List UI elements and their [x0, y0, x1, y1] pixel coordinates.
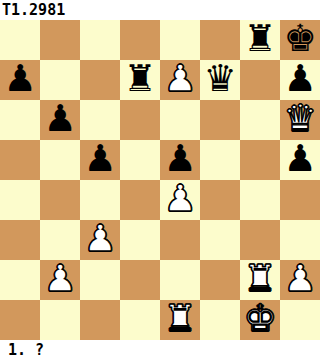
white-pawn-icon: ♟	[83, 219, 116, 259]
white-rook-icon: ♜	[163, 299, 196, 339]
square-g2[interactable]: ♜	[240, 260, 280, 300]
square-h3[interactable]	[280, 220, 320, 260]
square-e4[interactable]: ♟	[160, 180, 200, 220]
white-pawn-icon: ♟	[163, 59, 196, 99]
square-b1[interactable]	[40, 300, 80, 340]
square-g4[interactable]	[240, 180, 280, 220]
square-a1[interactable]	[0, 300, 40, 340]
square-d7[interactable]: ♜	[120, 60, 160, 100]
square-f6[interactable]	[200, 100, 240, 140]
black-pawn-icon: ♟	[43, 99, 76, 139]
square-a8[interactable]	[0, 20, 40, 60]
black-rook-icon: ♜	[123, 59, 156, 99]
square-b4[interactable]	[40, 180, 80, 220]
square-f1[interactable]	[200, 300, 240, 340]
square-a5[interactable]	[0, 140, 40, 180]
square-h7[interactable]: ♟	[280, 60, 320, 100]
square-h2[interactable]: ♟	[280, 260, 320, 300]
square-f4[interactable]	[200, 180, 240, 220]
white-rook-icon: ♜	[243, 259, 276, 299]
black-queen-icon: ♛	[203, 59, 236, 99]
square-e1[interactable]: ♜	[160, 300, 200, 340]
square-g7[interactable]	[240, 60, 280, 100]
square-h4[interactable]	[280, 180, 320, 220]
square-a3[interactable]	[0, 220, 40, 260]
black-king-icon: ♚	[283, 19, 316, 59]
square-e7[interactable]: ♟	[160, 60, 200, 100]
square-c1[interactable]	[80, 300, 120, 340]
square-b7[interactable]	[40, 60, 80, 100]
square-c7[interactable]	[80, 60, 120, 100]
square-h5[interactable]: ♟	[280, 140, 320, 180]
square-f7[interactable]: ♛	[200, 60, 240, 100]
square-c3[interactable]: ♟	[80, 220, 120, 260]
square-f3[interactable]	[200, 220, 240, 260]
black-pawn-icon: ♟	[163, 139, 196, 179]
square-b6[interactable]: ♟	[40, 100, 80, 140]
square-a2[interactable]	[0, 260, 40, 300]
board: ♜♚♟♜♟♛♟♟♛♟♟♟♟♟♟♜♟♜♚	[0, 20, 320, 340]
square-d8[interactable]	[120, 20, 160, 60]
square-h1[interactable]	[280, 300, 320, 340]
white-pawn-icon: ♟	[163, 179, 196, 219]
white-pawn-icon: ♟	[283, 259, 316, 299]
black-rook-icon: ♜	[243, 19, 276, 59]
chess-diagram-window: T1.2981 ♜♚♟♜♟♛♟♟♛♟♟♟♟♟♟♜♟♜♚ 1. ?	[0, 0, 320, 360]
square-e3[interactable]	[160, 220, 200, 260]
square-g3[interactable]	[240, 220, 280, 260]
square-c8[interactable]	[80, 20, 120, 60]
white-king-icon: ♚	[243, 299, 276, 339]
black-pawn-icon: ♟	[83, 139, 116, 179]
square-c5[interactable]: ♟	[80, 140, 120, 180]
square-d2[interactable]	[120, 260, 160, 300]
square-a7[interactable]: ♟	[0, 60, 40, 100]
square-f8[interactable]	[200, 20, 240, 60]
square-h6[interactable]: ♛	[280, 100, 320, 140]
square-c4[interactable]	[80, 180, 120, 220]
square-c6[interactable]	[80, 100, 120, 140]
black-pawn-icon: ♟	[283, 139, 316, 179]
black-pawn-icon: ♟	[283, 59, 316, 99]
square-a6[interactable]	[0, 100, 40, 140]
white-queen-icon: ♛	[283, 99, 316, 139]
square-e8[interactable]	[160, 20, 200, 60]
square-b3[interactable]	[40, 220, 80, 260]
black-pawn-icon: ♟	[3, 59, 36, 99]
square-d1[interactable]	[120, 300, 160, 340]
square-e5[interactable]: ♟	[160, 140, 200, 180]
square-f2[interactable]	[200, 260, 240, 300]
square-d5[interactable]	[120, 140, 160, 180]
square-b8[interactable]	[40, 20, 80, 60]
square-g5[interactable]	[240, 140, 280, 180]
square-g8[interactable]: ♜	[240, 20, 280, 60]
white-pawn-icon: ♟	[43, 259, 76, 299]
square-a4[interactable]	[0, 180, 40, 220]
move-prompt-label: 1. ?	[0, 340, 320, 360]
square-e6[interactable]	[160, 100, 200, 140]
square-d6[interactable]	[120, 100, 160, 140]
square-e2[interactable]	[160, 260, 200, 300]
square-g1[interactable]: ♚	[240, 300, 280, 340]
square-h8[interactable]: ♚	[280, 20, 320, 60]
square-d3[interactable]	[120, 220, 160, 260]
square-b2[interactable]: ♟	[40, 260, 80, 300]
square-b5[interactable]	[40, 140, 80, 180]
square-d4[interactable]	[120, 180, 160, 220]
square-g6[interactable]	[240, 100, 280, 140]
square-c2[interactable]	[80, 260, 120, 300]
square-f5[interactable]	[200, 140, 240, 180]
